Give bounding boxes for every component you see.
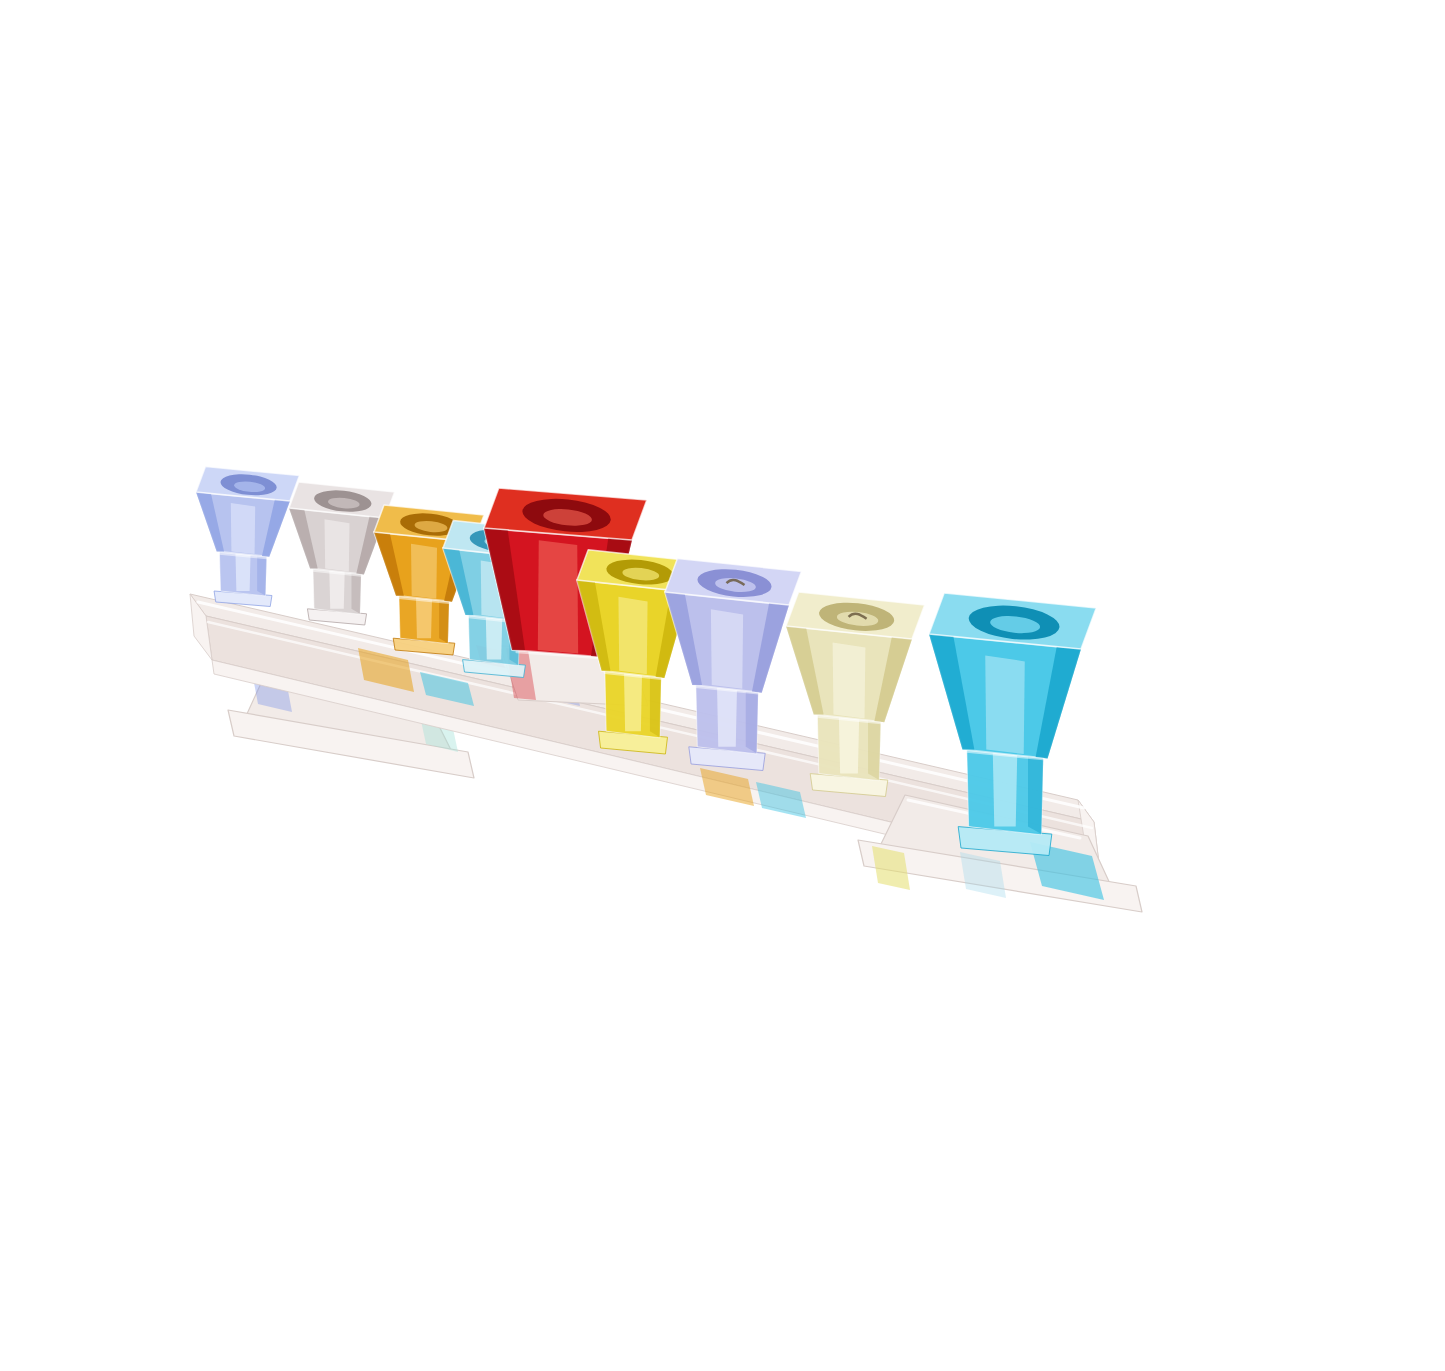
cup-flare-center-highlight [618,597,647,675]
cup-flare-center-highlight [325,519,350,571]
cup-stem-highlight [839,715,859,774]
cup-flare-center-highlight [231,503,255,554]
cup-stem-highlight [486,615,502,660]
cup-stem-shade [1028,748,1043,835]
cup-stem-highlight [624,671,642,731]
menorah-illustration [0,0,1445,1371]
cup-flare-center-highlight [833,642,866,718]
cup-flare-center-highlight [411,544,437,599]
candle-cup-2-clear-smoke [289,482,395,625]
cup-stem-highlight [993,750,1018,827]
cup-flare-center-highlight [538,540,578,653]
cup-flare-center-highlight [985,655,1025,754]
candle-cup-1-periwinkle-blue [196,467,299,607]
cup-stem-highlight [416,596,432,638]
cup-stem-highlight [717,685,737,747]
menorah-product-photo: Clear crystal Hanukkah menorah (hanukkia… [0,0,1445,1371]
cup-flare-center-highlight [711,609,743,689]
